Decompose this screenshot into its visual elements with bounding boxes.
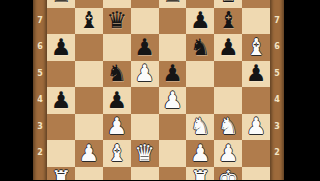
rank-label-left-7: 7 <box>33 16 47 26</box>
white-pawn-h3[interactable]: ♟ <box>242 114 270 141</box>
square-b3[interactable] <box>75 114 103 141</box>
rank-label-left-6: 6 <box>33 42 47 52</box>
square-d1[interactable] <box>131 167 159 181</box>
square-e7[interactable] <box>159 8 187 35</box>
square-b5[interactable] <box>75 61 103 88</box>
rank-label-left-4: 4 <box>33 95 47 105</box>
black-pawn-a4[interactable]: ♟ <box>47 87 75 114</box>
square-e2[interactable] <box>159 140 187 167</box>
square-d7[interactable] <box>131 8 159 35</box>
white-pawn-e4[interactable]: ♟ <box>159 87 187 114</box>
rank-label-left-2: 2 <box>33 148 47 158</box>
rank-label-right-7: 7 <box>270 16 284 26</box>
square-f4[interactable] <box>186 87 214 114</box>
rank-label-right-5: 5 <box>270 69 284 79</box>
white-pawn-d5[interactable]: ♟ <box>131 61 159 88</box>
rank-label-right-2: 2 <box>270 148 284 158</box>
black-pawn-a6[interactable]: ♟ <box>47 34 75 61</box>
black-pawn-h5[interactable]: ♟ <box>242 61 270 88</box>
square-d4[interactable] <box>131 87 159 114</box>
black-pawn-d6[interactable]: ♟ <box>131 34 159 61</box>
black-rook-a8[interactable]: ♜ <box>47 0 75 8</box>
white-pawn-b2[interactable]: ♟ <box>75 140 103 167</box>
square-g4[interactable] <box>214 87 242 114</box>
square-h2[interactable] <box>242 140 270 167</box>
white-pawn-c3[interactable]: ♟ <box>103 114 131 141</box>
square-b1[interactable] <box>75 167 103 181</box>
square-a7[interactable] <box>47 8 75 35</box>
white-rook-a1[interactable]: ♜ <box>47 167 75 181</box>
board-border-right: 765432 <box>270 0 284 180</box>
square-f5[interactable] <box>186 61 214 88</box>
square-b4[interactable] <box>75 87 103 114</box>
square-d3[interactable] <box>131 114 159 141</box>
chess-app-screenshot: 765432 ♜♜♚♝♛♟♝♟♟♞♟♝♞♟♟♟♟♟♟♟♞♞♟♟♝♛♟♟♜♜♚ 7… <box>0 0 320 180</box>
square-h1[interactable] <box>242 167 270 181</box>
white-pawn-f2[interactable]: ♟ <box>186 140 214 167</box>
white-bishop-h6[interactable]: ♝ <box>242 34 270 61</box>
white-knight-g3[interactable]: ♞ <box>214 114 242 141</box>
black-knight-c5[interactable]: ♞ <box>103 61 131 88</box>
white-bishop-c2[interactable]: ♝ <box>103 140 131 167</box>
white-queen-d2[interactable]: ♛ <box>131 140 159 167</box>
white-pawn-g2[interactable]: ♟ <box>214 140 242 167</box>
black-pawn-g6[interactable]: ♟ <box>214 34 242 61</box>
square-e6[interactable] <box>159 34 187 61</box>
square-a5[interactable] <box>47 61 75 88</box>
square-h8[interactable] <box>242 0 270 8</box>
square-e1[interactable] <box>159 167 187 181</box>
square-c6[interactable] <box>103 34 131 61</box>
rank-label-left-5: 5 <box>33 69 47 79</box>
rank-label-right-4: 4 <box>270 95 284 105</box>
rank-label-left-3: 3 <box>33 122 47 132</box>
white-king-g1[interactable]: ♚ <box>214 167 242 181</box>
square-h7[interactable] <box>242 8 270 35</box>
black-bishop-b7[interactable]: ♝ <box>75 8 103 35</box>
square-g5[interactable] <box>214 61 242 88</box>
square-e3[interactable] <box>159 114 187 141</box>
black-queen-c7[interactable]: ♛ <box>103 8 131 35</box>
square-c1[interactable] <box>103 167 131 181</box>
white-knight-f3[interactable]: ♞ <box>186 114 214 141</box>
board-border-left: 765432 <box>33 0 47 180</box>
chess-board: 765432 ♜♜♚♝♛♟♝♟♟♞♟♝♞♟♟♟♟♟♟♟♞♞♟♟♝♛♟♟♜♜♚ 7… <box>33 0 284 180</box>
black-knight-f6[interactable]: ♞ <box>186 34 214 61</box>
black-pawn-f7[interactable]: ♟ <box>186 8 214 35</box>
black-pawn-c4[interactable]: ♟ <box>103 87 131 114</box>
black-bishop-g7[interactable]: ♝ <box>214 8 242 35</box>
square-a3[interactable] <box>47 114 75 141</box>
rank-label-right-3: 3 <box>270 122 284 132</box>
square-a2[interactable] <box>47 140 75 167</box>
rank-label-right-6: 6 <box>270 42 284 52</box>
square-b6[interactable] <box>75 34 103 61</box>
black-pawn-e5[interactable]: ♟ <box>159 61 187 88</box>
white-rook-f1[interactable]: ♜ <box>186 167 214 181</box>
square-d8[interactable] <box>131 0 159 8</box>
board-grid: ♜♜♚♝♛♟♝♟♟♞♟♝♞♟♟♟♟♟♟♟♞♞♟♟♝♛♟♟♜♜♚ <box>47 0 270 180</box>
square-h4[interactable] <box>242 87 270 114</box>
black-rook-e8[interactable]: ♜ <box>159 0 187 8</box>
